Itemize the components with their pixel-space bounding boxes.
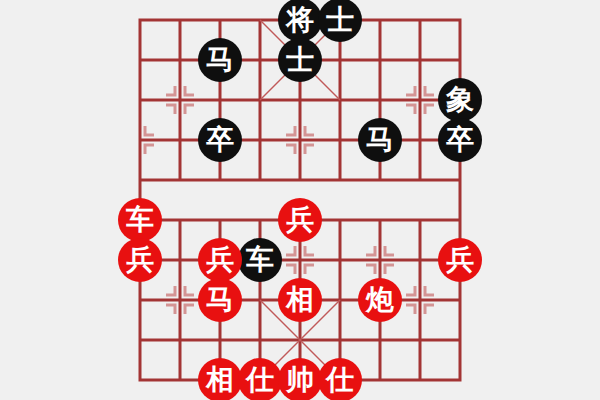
intersection[interactable] [280, 240, 320, 280]
black-advisor[interactable]: 士 [318, 0, 362, 42]
intersection[interactable] [320, 40, 360, 80]
intersection[interactable] [120, 160, 160, 200]
red-soldier[interactable]: 兵 [198, 238, 242, 282]
intersection[interactable] [280, 160, 320, 200]
red-cannon[interactable]: 炮 [358, 278, 402, 322]
intersection[interactable] [320, 320, 360, 360]
intersection[interactable] [200, 160, 240, 200]
intersection[interactable] [240, 80, 280, 120]
intersection[interactable] [320, 160, 360, 200]
black-advisor[interactable]: 士 [278, 38, 322, 82]
intersection[interactable] [400, 280, 440, 320]
intersection[interactable] [400, 80, 440, 120]
xiangqi-app: 将士马士象卒马卒车车兵兵兵兵马相炮相仕帅仕 [0, 0, 600, 400]
black-soldier[interactable]: 卒 [438, 118, 482, 162]
intersection[interactable] [120, 280, 160, 320]
intersection[interactable] [240, 120, 280, 160]
intersection[interactable] [280, 120, 320, 160]
intersection[interactable] [440, 320, 480, 360]
intersection[interactable] [360, 240, 400, 280]
red-elephant[interactable]: 相 [198, 358, 242, 400]
intersection[interactable] [320, 240, 360, 280]
red-horse[interactable]: 马 [198, 278, 242, 322]
intersection[interactable] [160, 200, 200, 240]
black-general[interactable]: 将 [278, 0, 322, 42]
intersection[interactable] [360, 320, 400, 360]
intersection[interactable] [440, 40, 480, 80]
intersection[interactable] [360, 80, 400, 120]
intersection[interactable] [160, 320, 200, 360]
intersection[interactable] [440, 360, 480, 400]
intersection[interactable] [320, 200, 360, 240]
intersection[interactable] [280, 80, 320, 120]
intersection[interactable] [120, 360, 160, 400]
intersection[interactable] [360, 160, 400, 200]
intersection[interactable] [440, 280, 480, 320]
red-elephant[interactable]: 相 [278, 278, 322, 322]
intersection[interactable] [400, 160, 440, 200]
intersection[interactable] [440, 200, 480, 240]
intersection[interactable] [120, 320, 160, 360]
intersection[interactable] [400, 120, 440, 160]
intersection[interactable] [360, 200, 400, 240]
intersection[interactable] [240, 200, 280, 240]
intersection[interactable] [320, 280, 360, 320]
intersection[interactable] [160, 360, 200, 400]
intersection[interactable] [200, 200, 240, 240]
intersection[interactable] [440, 160, 480, 200]
intersection[interactable] [200, 320, 240, 360]
intersection[interactable] [400, 200, 440, 240]
intersection[interactable] [360, 40, 400, 80]
intersection[interactable] [160, 0, 200, 40]
intersection[interactable] [160, 40, 200, 80]
intersection[interactable] [440, 0, 480, 40]
red-soldier[interactable]: 兵 [278, 198, 322, 242]
intersection[interactable] [240, 320, 280, 360]
intersection[interactable] [400, 320, 440, 360]
red-soldier[interactable]: 兵 [438, 238, 482, 282]
intersection[interactable] [120, 80, 160, 120]
red-general[interactable]: 帅 [278, 358, 322, 400]
intersection[interactable] [400, 240, 440, 280]
intersection[interactable] [160, 120, 200, 160]
intersection[interactable] [400, 40, 440, 80]
intersection[interactable] [120, 120, 160, 160]
black-horse[interactable]: 马 [358, 118, 402, 162]
xiangqi-board: 将士马士象卒马卒车车兵兵兵兵马相炮相仕帅仕 [0, 0, 600, 400]
black-soldier[interactable]: 卒 [198, 118, 242, 162]
black-elephant[interactable]: 象 [438, 78, 482, 122]
intersection[interactable] [160, 160, 200, 200]
intersection[interactable] [320, 120, 360, 160]
intersection[interactable] [160, 280, 200, 320]
red-advisor[interactable]: 仕 [238, 358, 282, 400]
black-chariot[interactable]: 车 [238, 238, 282, 282]
intersection[interactable] [200, 0, 240, 40]
intersection[interactable] [120, 40, 160, 80]
intersection[interactable] [400, 360, 440, 400]
intersection[interactable] [360, 0, 400, 40]
intersection[interactable] [160, 240, 200, 280]
intersection[interactable] [240, 280, 280, 320]
intersection[interactable] [240, 160, 280, 200]
red-chariot[interactable]: 车 [118, 198, 162, 242]
red-advisor[interactable]: 仕 [318, 358, 362, 400]
intersection[interactable] [320, 80, 360, 120]
intersection[interactable] [280, 320, 320, 360]
intersection[interactable] [200, 80, 240, 120]
intersection[interactable] [160, 80, 200, 120]
intersection[interactable] [400, 0, 440, 40]
intersection[interactable] [120, 0, 160, 40]
intersection[interactable] [240, 40, 280, 80]
black-horse[interactable]: 马 [198, 38, 242, 82]
intersection[interactable] [360, 360, 400, 400]
red-soldier[interactable]: 兵 [118, 238, 162, 282]
intersection[interactable] [240, 0, 280, 40]
